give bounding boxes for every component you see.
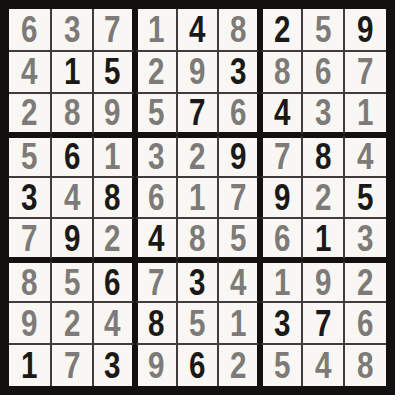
cell-r5c1[interactable]: 3 bbox=[9, 177, 51, 219]
digit-r1c7: 2 bbox=[274, 11, 290, 48]
cell-r2c9[interactable]: 7 bbox=[344, 51, 386, 93]
digit-r5c2: 4 bbox=[64, 179, 80, 216]
digit-r4c6: 9 bbox=[230, 138, 246, 175]
digit-r5c3: 8 bbox=[104, 179, 120, 216]
cell-r7c4[interactable]: 7 bbox=[135, 260, 177, 302]
digit-r7c4: 7 bbox=[148, 264, 164, 301]
cell-r3c6[interactable]: 6 bbox=[218, 93, 260, 135]
digit-r7c8: 9 bbox=[315, 264, 331, 301]
cell-r3c9[interactable]: 1 bbox=[344, 93, 386, 135]
digit-r2c9: 7 bbox=[357, 53, 373, 90]
cell-r6c6[interactable]: 5 bbox=[218, 218, 260, 260]
digit-r3c1: 2 bbox=[21, 94, 37, 131]
cell-r1c1[interactable]: 6 bbox=[9, 9, 51, 51]
cell-r1c3[interactable]: 7 bbox=[93, 9, 135, 51]
digit-r3c4: 5 bbox=[148, 94, 164, 131]
cell-r1c7[interactable]: 2 bbox=[260, 9, 302, 51]
digit-r4c1: 5 bbox=[21, 138, 37, 175]
cell-r5c3[interactable]: 8 bbox=[93, 177, 135, 219]
cell-r5c4[interactable]: 6 bbox=[135, 177, 177, 219]
digit-r3c2: 8 bbox=[64, 94, 80, 131]
cell-r4c9[interactable]: 4 bbox=[344, 135, 386, 177]
cell-r9c4[interactable]: 9 bbox=[135, 344, 177, 386]
digit-r8c4: 8 bbox=[148, 305, 164, 342]
digit-r9c5: 6 bbox=[189, 347, 205, 384]
digit-r9c6: 2 bbox=[230, 347, 246, 384]
cell-r4c6[interactable]: 9 bbox=[218, 135, 260, 177]
cell-r7c6[interactable]: 4 bbox=[218, 260, 260, 302]
cell-r8c8[interactable]: 7 bbox=[302, 302, 344, 344]
digit-r4c7: 7 bbox=[274, 138, 290, 175]
cell-r4c3[interactable]: 1 bbox=[93, 135, 135, 177]
cell-r9c8[interactable]: 4 bbox=[302, 344, 344, 386]
digit-r4c8: 8 bbox=[315, 138, 331, 175]
digit-r1c3: 7 bbox=[104, 11, 120, 48]
cell-r3c3[interactable]: 9 bbox=[93, 93, 135, 135]
digit-r2c2: 1 bbox=[64, 53, 80, 90]
cell-r2c5[interactable]: 9 bbox=[177, 51, 219, 93]
cell-r3c8[interactable]: 3 bbox=[302, 93, 344, 135]
cell-r6c7[interactable]: 6 bbox=[260, 218, 302, 260]
digit-r1c9: 9 bbox=[357, 11, 373, 48]
digit-r8c3: 4 bbox=[104, 305, 120, 342]
digit-r2c8: 6 bbox=[315, 53, 331, 90]
digit-r6c5: 8 bbox=[189, 220, 205, 257]
cell-r8c3[interactable]: 4 bbox=[93, 302, 135, 344]
cell-r3c5[interactable]: 7 bbox=[177, 93, 219, 135]
digit-r9c7: 5 bbox=[274, 347, 290, 384]
cell-r4c2[interactable]: 6 bbox=[51, 135, 93, 177]
cell-r1c9[interactable]: 9 bbox=[344, 9, 386, 51]
cell-r7c3[interactable]: 6 bbox=[93, 260, 135, 302]
digit-r4c5: 2 bbox=[189, 138, 205, 175]
cell-r9c5[interactable]: 6 bbox=[177, 344, 219, 386]
cell-r7c2[interactable]: 5 bbox=[51, 260, 93, 302]
digit-r1c8: 5 bbox=[315, 11, 331, 48]
cell-r5c6[interactable]: 7 bbox=[218, 177, 260, 219]
digit-r6c7: 6 bbox=[274, 220, 290, 257]
digit-r5c8: 2 bbox=[315, 179, 331, 216]
digit-r4c4: 3 bbox=[148, 138, 164, 175]
cell-r2c3[interactable]: 5 bbox=[93, 51, 135, 93]
digit-r2c3: 5 bbox=[104, 53, 120, 90]
cell-r6c2[interactable]: 9 bbox=[51, 218, 93, 260]
cell-r5c7[interactable]: 9 bbox=[260, 177, 302, 219]
digit-r5c9: 5 bbox=[357, 179, 373, 216]
digit-r9c1: 1 bbox=[21, 347, 37, 384]
digit-r7c5: 3 bbox=[189, 264, 205, 301]
cell-r5c2[interactable]: 4 bbox=[51, 177, 93, 219]
cell-r5c5[interactable]: 1 bbox=[177, 177, 219, 219]
digit-r9c2: 7 bbox=[64, 347, 80, 384]
digit-r7c7: 1 bbox=[274, 264, 290, 301]
digit-r3c7: 4 bbox=[274, 94, 290, 131]
cell-r3c2[interactable]: 8 bbox=[51, 93, 93, 135]
cell-r8c1[interactable]: 9 bbox=[9, 302, 51, 344]
digit-r4c2: 6 bbox=[64, 138, 80, 175]
cell-r4c4[interactable]: 3 bbox=[135, 135, 177, 177]
digit-r7c9: 2 bbox=[357, 264, 373, 301]
cell-r1c5[interactable]: 4 bbox=[177, 9, 219, 51]
cell-r8c6[interactable]: 1 bbox=[218, 302, 260, 344]
digit-r2c7: 8 bbox=[274, 53, 290, 90]
digit-r9c8: 4 bbox=[315, 347, 331, 384]
cell-r4c8[interactable]: 8 bbox=[302, 135, 344, 177]
digit-r2c1: 4 bbox=[21, 53, 37, 90]
cell-r5c8[interactable]: 2 bbox=[302, 177, 344, 219]
cell-r9c3[interactable]: 3 bbox=[93, 344, 135, 386]
cell-r1c2[interactable]: 3 bbox=[51, 9, 93, 51]
cell-r1c4[interactable]: 1 bbox=[135, 9, 177, 51]
cell-r2c4[interactable]: 2 bbox=[135, 51, 177, 93]
cell-r4c1[interactable]: 5 bbox=[9, 135, 51, 177]
digit-r6c9: 3 bbox=[357, 220, 373, 257]
digit-r1c2: 3 bbox=[64, 11, 80, 48]
cell-r1c6[interactable]: 8 bbox=[218, 9, 260, 51]
cell-r2c7[interactable]: 8 bbox=[260, 51, 302, 93]
cell-r5c9[interactable]: 5 bbox=[344, 177, 386, 219]
cell-r6c8[interactable]: 1 bbox=[302, 218, 344, 260]
digit-r8c8: 7 bbox=[315, 305, 331, 342]
digit-r6c3: 2 bbox=[104, 220, 120, 257]
cell-r8c7[interactable]: 3 bbox=[260, 302, 302, 344]
cell-r1c8[interactable]: 5 bbox=[302, 9, 344, 51]
cell-r8c4[interactable]: 8 bbox=[135, 302, 177, 344]
digit-r2c5: 9 bbox=[189, 53, 205, 90]
digit-r5c4: 6 bbox=[148, 179, 164, 216]
digit-r6c2: 9 bbox=[64, 220, 80, 257]
digit-r3c8: 3 bbox=[315, 94, 331, 131]
digit-r6c4: 4 bbox=[148, 220, 164, 257]
digit-r6c1: 7 bbox=[21, 220, 37, 257]
cell-r6c9[interactable]: 3 bbox=[344, 218, 386, 260]
cell-r3c4[interactable]: 5 bbox=[135, 93, 177, 135]
digit-r7c1: 8 bbox=[21, 264, 37, 301]
digit-r9c9: 8 bbox=[357, 347, 373, 384]
cell-r7c1[interactable]: 8 bbox=[9, 260, 51, 302]
digit-r5c1: 3 bbox=[21, 179, 37, 216]
cell-r9c6[interactable]: 2 bbox=[218, 344, 260, 386]
cell-r9c2[interactable]: 7 bbox=[51, 344, 93, 386]
cell-r2c6[interactable]: 3 bbox=[218, 51, 260, 93]
cell-r7c9[interactable]: 2 bbox=[344, 260, 386, 302]
digit-r5c6: 7 bbox=[230, 179, 246, 216]
digit-r7c2: 5 bbox=[64, 264, 80, 301]
digit-r8c6: 1 bbox=[230, 305, 246, 342]
cell-r2c1[interactable]: 4 bbox=[9, 51, 51, 93]
digit-r3c5: 7 bbox=[189, 94, 205, 131]
cell-r9c1[interactable]: 1 bbox=[9, 344, 51, 386]
digit-r5c7: 9 bbox=[274, 179, 290, 216]
cell-r6c3[interactable]: 2 bbox=[93, 218, 135, 260]
cell-r9c9[interactable]: 8 bbox=[344, 344, 386, 386]
sudoku-board: 6371482594152938672895764315613297843486… bbox=[0, 0, 395, 395]
digit-r8c5: 5 bbox=[189, 305, 205, 342]
digit-r3c9: 1 bbox=[357, 94, 373, 131]
digit-r1c1: 6 bbox=[21, 11, 37, 48]
cell-r7c8[interactable]: 9 bbox=[302, 260, 344, 302]
digit-r9c4: 9 bbox=[148, 347, 164, 384]
digit-r8c1: 9 bbox=[21, 305, 37, 342]
digit-r2c4: 2 bbox=[148, 53, 164, 90]
digit-r1c4: 1 bbox=[148, 11, 164, 48]
digit-r2c6: 3 bbox=[230, 53, 246, 90]
digit-r8c2: 2 bbox=[64, 305, 80, 342]
cell-r2c2[interactable]: 1 bbox=[51, 51, 93, 93]
cell-r3c1[interactable]: 2 bbox=[9, 93, 51, 135]
cell-r6c4[interactable]: 4 bbox=[135, 218, 177, 260]
digit-r9c3: 3 bbox=[104, 347, 120, 384]
cell-r9c7[interactable]: 5 bbox=[260, 344, 302, 386]
digit-r8c9: 6 bbox=[357, 305, 373, 342]
cell-r2c8[interactable]: 6 bbox=[302, 51, 344, 93]
cell-r6c5[interactable]: 8 bbox=[177, 218, 219, 260]
cell-r4c5[interactable]: 2 bbox=[177, 135, 219, 177]
digit-r3c6: 6 bbox=[230, 94, 246, 131]
digit-r6c6: 5 bbox=[230, 220, 246, 257]
digit-r3c3: 9 bbox=[104, 94, 120, 131]
cell-r8c5[interactable]: 5 bbox=[177, 302, 219, 344]
cell-r4c7[interactable]: 7 bbox=[260, 135, 302, 177]
digit-r4c3: 1 bbox=[104, 138, 120, 175]
digit-r4c9: 4 bbox=[357, 138, 373, 175]
cell-r8c2[interactable]: 2 bbox=[51, 302, 93, 344]
digit-r7c3: 6 bbox=[104, 264, 120, 301]
cell-r8c9[interactable]: 6 bbox=[344, 302, 386, 344]
digit-r1c6: 8 bbox=[230, 11, 246, 48]
digit-r8c7: 3 bbox=[274, 305, 290, 342]
digit-r5c5: 1 bbox=[189, 179, 205, 216]
cell-r3c7[interactable]: 4 bbox=[260, 93, 302, 135]
cell-r7c7[interactable]: 1 bbox=[260, 260, 302, 302]
digit-r7c6: 4 bbox=[230, 264, 246, 301]
cell-r6c1[interactable]: 7 bbox=[9, 218, 51, 260]
digit-r1c5: 4 bbox=[189, 11, 205, 48]
cell-r7c5[interactable]: 3 bbox=[177, 260, 219, 302]
digit-r6c8: 1 bbox=[315, 220, 331, 257]
